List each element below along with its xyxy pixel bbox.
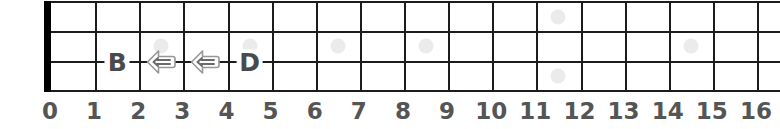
fret-wire-13 (625, 3, 627, 90)
fretboard: BD (44, 1, 780, 92)
fret-wire-15 (713, 3, 715, 90)
fret-wire-12 (581, 3, 583, 90)
inlay-dot-fret-7 (330, 39, 345, 54)
fret-number-2: 2 (130, 98, 146, 124)
note-marker-fret-5[interactable]: D (236, 50, 263, 75)
fret-wire-4 (228, 3, 230, 90)
fret-wire-7 (360, 3, 362, 90)
fret-number-5: 5 (263, 98, 279, 124)
fret-wire-11 (536, 3, 538, 90)
fret-number-4: 4 (218, 98, 234, 124)
fret-wire-6 (316, 3, 318, 90)
fret-number-9: 9 (439, 98, 455, 124)
note-marker-fret-2[interactable]: B (105, 50, 130, 75)
fret-number-13: 13 (608, 98, 640, 124)
fret-number-14: 14 (652, 98, 684, 124)
left-arrow-icon[interactable] (189, 48, 221, 77)
inlay-dot-fret-15 (683, 39, 698, 54)
fret-wire-1 (95, 3, 97, 90)
inlay-dot-fret-12 (551, 69, 566, 84)
fret-wire-16 (757, 3, 759, 90)
left-arrow-icon[interactable] (145, 48, 177, 77)
note-label-d[interactable]: D (236, 50, 263, 75)
fret-number-15: 15 (696, 98, 728, 124)
fret-number-6: 6 (307, 98, 323, 124)
fret-wire-2 (139, 3, 141, 90)
fret-number-16: 16 (740, 98, 772, 124)
fret-number-1: 1 (86, 98, 102, 124)
inlay-dot-fret-12 (551, 10, 566, 25)
fret-number-3: 3 (174, 98, 190, 124)
fret-number-0: 0 (42, 98, 58, 124)
fret-wire-10 (492, 3, 494, 90)
note-label-b[interactable]: B (105, 50, 130, 75)
fret-number-7: 7 (351, 98, 367, 124)
fret-number-8: 8 (395, 98, 411, 124)
nut (44, 1, 51, 92)
fret-wire-9 (448, 3, 450, 90)
fret-number-10: 10 (475, 98, 507, 124)
inlay-dot-fret-9 (419, 39, 434, 54)
fret-number-11: 11 (519, 98, 551, 124)
fret-number-12: 12 (563, 98, 595, 124)
fret-wire-8 (404, 3, 406, 90)
fretboard-diagram: BD 012345678910111213141516 (0, 0, 780, 129)
fret-wire-5 (272, 3, 274, 90)
fret-wire-3 (183, 3, 185, 90)
fret-wire-14 (669, 3, 671, 90)
